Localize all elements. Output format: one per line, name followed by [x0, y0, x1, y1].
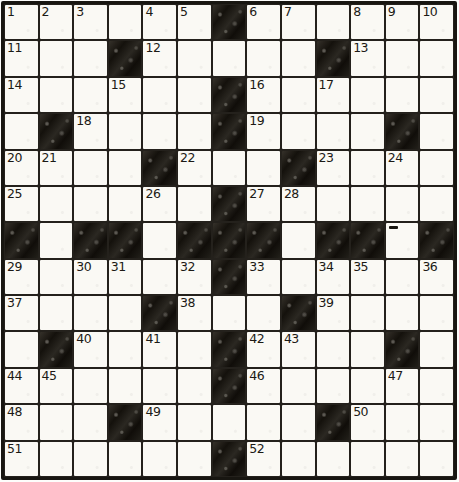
clue-number-11: 11: [7, 41, 22, 55]
clue-number-25: 25: [7, 187, 22, 201]
white-cell-r7c9[interactable]: [282, 223, 315, 257]
white-cell-r3c12[interactable]: [386, 78, 419, 112]
stray-dash-mark: [389, 226, 398, 229]
white-cell-r13c5[interactable]: [143, 442, 176, 476]
clue-number-36: 36: [422, 260, 437, 274]
clue-number-7: 7: [284, 5, 291, 19]
black-cell-r7c3: [74, 223, 107, 257]
white-cell-r12c6[interactable]: [178, 405, 211, 439]
white-cell-r6c9[interactable]: 28: [282, 187, 315, 221]
white-cell-r3c4[interactable]: 15: [109, 78, 142, 112]
clue-number-47: 47: [388, 369, 403, 383]
clue-number-31: 31: [111, 260, 126, 274]
white-cell-r13c2[interactable]: [40, 442, 73, 476]
white-cell-r3c3[interactable]: [74, 78, 107, 112]
white-cell-r5c10[interactable]: 23: [317, 151, 350, 185]
white-cell-r6c12[interactable]: [386, 187, 419, 221]
white-cell-r10c4[interactable]: [109, 332, 142, 366]
white-cell-r1c11[interactable]: 8: [351, 5, 384, 39]
black-cell-r7c7: [213, 223, 246, 257]
white-cell-r12c5[interactable]: 49: [143, 405, 176, 439]
white-cell-r1c1[interactable]: 1: [5, 5, 38, 39]
white-cell-r4c6[interactable]: [178, 114, 211, 148]
clue-number-23: 23: [319, 151, 334, 165]
white-cell-r5c11[interactable]: [351, 151, 384, 185]
white-cell-r2c1[interactable]: 11: [5, 41, 38, 75]
white-cell-r8c4[interactable]: 31: [109, 260, 142, 294]
white-cell-r9c4[interactable]: [109, 296, 142, 330]
white-cell-r11c8[interactable]: 46: [247, 369, 280, 403]
white-cell-r11c1[interactable]: 44: [5, 369, 38, 403]
white-cell-r4c3[interactable]: 18: [74, 114, 107, 148]
white-cell-r12c9[interactable]: [282, 405, 315, 439]
white-cell-r13c13[interactable]: [420, 442, 453, 476]
clue-number-17: 17: [319, 78, 334, 92]
white-cell-r13c3[interactable]: [74, 442, 107, 476]
white-cell-r11c12[interactable]: 47: [386, 369, 419, 403]
black-cell-r10c2: [40, 332, 73, 366]
white-cell-r5c1[interactable]: 20: [5, 151, 38, 185]
white-cell-r9c3[interactable]: [74, 296, 107, 330]
white-cell-r11c2[interactable]: 45: [40, 369, 73, 403]
white-cell-r3c5[interactable]: [143, 78, 176, 112]
black-cell-r4c7: [213, 114, 246, 148]
white-cell-r8c10[interactable]: 34: [317, 260, 350, 294]
clue-number-24: 24: [388, 151, 403, 165]
white-cell-r9c11[interactable]: [351, 296, 384, 330]
black-cell-r6c7: [213, 187, 246, 221]
clue-number-27: 27: [249, 187, 264, 201]
clue-number-28: 28: [284, 187, 299, 201]
white-cell-r2c7[interactable]: [213, 41, 246, 75]
white-cell-r5c8[interactable]: [247, 151, 280, 185]
clue-number-34: 34: [319, 260, 334, 274]
white-cell-r5c13[interactable]: [420, 151, 453, 185]
white-cell-r13c6[interactable]: [178, 442, 211, 476]
white-cell-r12c11[interactable]: 50: [351, 405, 384, 439]
clue-number-4: 4: [145, 5, 152, 19]
white-cell-r11c3[interactable]: [74, 369, 107, 403]
clue-number-13: 13: [353, 41, 368, 55]
clue-number-14: 14: [7, 78, 22, 92]
black-cell-r7c13: [420, 223, 453, 257]
white-cell-r10c13[interactable]: [420, 332, 453, 366]
clue-number-39: 39: [319, 296, 334, 310]
white-cell-r3c2[interactable]: [40, 78, 73, 112]
white-cell-r8c5[interactable]: [143, 260, 176, 294]
white-cell-r1c9[interactable]: 7: [282, 5, 315, 39]
black-cell-r10c7: [213, 332, 246, 366]
black-cell-r12c10: [317, 405, 350, 439]
white-cell-r8c12[interactable]: [386, 260, 419, 294]
white-cell-r2c12[interactable]: [386, 41, 419, 75]
white-cell-r3c13[interactable]: [420, 78, 453, 112]
white-cell-r6c6[interactable]: [178, 187, 211, 221]
white-cell-r1c8[interactable]: 6: [247, 5, 280, 39]
clue-number-52: 52: [249, 442, 264, 456]
black-cell-r3c7: [213, 78, 246, 112]
clue-number-12: 12: [145, 41, 160, 55]
clue-number-35: 35: [353, 260, 368, 274]
white-cell-r4c1[interactable]: [5, 114, 38, 148]
black-cell-r11c7: [213, 369, 246, 403]
black-cell-r7c10: [317, 223, 350, 257]
white-cell-r1c10[interactable]: [317, 5, 350, 39]
clue-number-10: 10: [422, 5, 437, 19]
clue-number-49: 49: [145, 405, 160, 419]
white-cell-r1c5[interactable]: 4: [143, 5, 176, 39]
clue-number-19: 19: [249, 114, 264, 128]
black-cell-r1c7: [213, 5, 246, 39]
black-cell-r4c12: [386, 114, 419, 148]
white-cell-r8c8[interactable]: 33: [247, 260, 280, 294]
black-cell-r2c10: [317, 41, 350, 75]
white-cell-r13c11[interactable]: [351, 442, 384, 476]
white-cell-r12c2[interactable]: [40, 405, 73, 439]
white-cell-r8c1[interactable]: 29: [5, 260, 38, 294]
white-cell-r13c12[interactable]: [386, 442, 419, 476]
white-cell-r5c12[interactable]: 24: [386, 151, 419, 185]
clue-number-32: 32: [180, 260, 195, 274]
white-cell-r1c13[interactable]: 10: [420, 5, 453, 39]
clue-number-29: 29: [7, 260, 22, 274]
white-cell-r6c13[interactable]: [420, 187, 453, 221]
clue-number-46: 46: [249, 369, 264, 383]
clue-number-51: 51: [7, 442, 22, 456]
white-cell-r10c6[interactable]: [178, 332, 211, 366]
white-cell-r6c1[interactable]: 25: [5, 187, 38, 221]
white-cell-r1c6[interactable]: 5: [178, 5, 211, 39]
white-cell-r2c5[interactable]: 12: [143, 41, 176, 75]
white-cell-r12c12[interactable]: [386, 405, 419, 439]
clue-number-21: 21: [42, 151, 57, 165]
white-cell-r4c10[interactable]: [317, 114, 350, 148]
white-cell-r9c13[interactable]: [420, 296, 453, 330]
white-cell-r5c2[interactable]: 21: [40, 151, 73, 185]
white-cell-r9c6[interactable]: 38: [178, 296, 211, 330]
white-cell-r6c11[interactable]: [351, 187, 384, 221]
white-cell-r10c8[interactable]: 42: [247, 332, 280, 366]
clue-number-20: 20: [7, 151, 22, 165]
white-cell-r3c1[interactable]: 14: [5, 78, 38, 112]
clue-number-37: 37: [7, 296, 22, 310]
white-cell-r3c6[interactable]: [178, 78, 211, 112]
white-cell-r3c11[interactable]: [351, 78, 384, 112]
black-cell-r8c7: [213, 260, 246, 294]
clue-number-22: 22: [180, 151, 195, 165]
clue-number-18: 18: [76, 114, 91, 128]
clue-number-26: 26: [145, 187, 160, 201]
white-cell-r7c5[interactable]: [143, 223, 176, 257]
white-cell-r3c10[interactable]: 17: [317, 78, 350, 112]
clue-number-5: 5: [180, 5, 187, 19]
white-cell-r10c1[interactable]: [5, 332, 38, 366]
clue-number-45: 45: [42, 369, 57, 383]
white-cell-r10c9[interactable]: 43: [282, 332, 315, 366]
clue-number-8: 8: [353, 5, 360, 19]
black-cell-r5c9: [282, 151, 315, 185]
white-cell-r2c13[interactable]: [420, 41, 453, 75]
black-cell-r7c11: [351, 223, 384, 257]
white-cell-r11c9[interactable]: [282, 369, 315, 403]
white-cell-r1c2[interactable]: 2: [40, 5, 73, 39]
clue-number-44: 44: [7, 369, 22, 383]
crossword-board: 1234567891011121314151617181920212223242…: [1, 1, 457, 480]
black-cell-r12c4: [109, 405, 142, 439]
white-cell-r8c2[interactable]: [40, 260, 73, 294]
white-cell-r1c12[interactable]: 9: [386, 5, 419, 39]
white-cell-r9c10[interactable]: 39: [317, 296, 350, 330]
white-cell-r8c6[interactable]: 32: [178, 260, 211, 294]
white-cell-r8c3[interactable]: 30: [74, 260, 107, 294]
clue-number-50: 50: [353, 405, 368, 419]
black-cell-r10c12: [386, 332, 419, 366]
clue-number-38: 38: [180, 296, 195, 310]
black-cell-r7c6: [178, 223, 211, 257]
white-cell-r2c2[interactable]: [40, 41, 73, 75]
white-cell-r1c3[interactable]: 3: [74, 5, 107, 39]
white-cell-r9c12[interactable]: [386, 296, 419, 330]
white-cell-r5c7[interactable]: [213, 151, 246, 185]
white-cell-r4c4[interactable]: [109, 114, 142, 148]
clue-number-9: 9: [388, 5, 395, 19]
clue-number-43: 43: [284, 332, 299, 346]
clue-number-2: 2: [42, 5, 49, 19]
black-cell-r2c4: [109, 41, 142, 75]
white-cell-r9c2[interactable]: [40, 296, 73, 330]
white-cell-r4c5[interactable]: [143, 114, 176, 148]
white-cell-r12c8[interactable]: [247, 405, 280, 439]
white-cell-r12c1[interactable]: 48: [5, 405, 38, 439]
black-cell-r9c9: [282, 296, 315, 330]
white-cell-r11c11[interactable]: [351, 369, 384, 403]
white-cell-r4c13[interactable]: [420, 114, 453, 148]
clue-number-6: 6: [249, 5, 256, 19]
white-cell-r13c9[interactable]: [282, 442, 315, 476]
white-cell-r9c8[interactable]: [247, 296, 280, 330]
clue-number-1: 1: [7, 5, 14, 19]
clue-number-48: 48: [7, 405, 22, 419]
white-cell-r11c10[interactable]: [317, 369, 350, 403]
white-cell-r10c5[interactable]: 41: [143, 332, 176, 366]
white-cell-r3c8[interactable]: 16: [247, 78, 280, 112]
black-cell-r4c2: [40, 114, 73, 148]
white-cell-r2c6[interactable]: [178, 41, 211, 75]
white-cell-r3c9[interactable]: [282, 78, 315, 112]
white-cell-r2c11[interactable]: 13: [351, 41, 384, 75]
clue-number-41: 41: [145, 332, 160, 346]
black-cell-r7c8: [247, 223, 280, 257]
clue-number-15: 15: [111, 78, 126, 92]
white-cell-r8c9[interactable]: [282, 260, 315, 294]
white-cell-r2c3[interactable]: [74, 41, 107, 75]
white-cell-r4c11[interactable]: [351, 114, 384, 148]
white-cell-r11c4[interactable]: [109, 369, 142, 403]
white-cell-r10c11[interactable]: [351, 332, 384, 366]
white-cell-r11c6[interactable]: [178, 369, 211, 403]
clue-number-3: 3: [76, 5, 83, 19]
white-cell-r2c8[interactable]: [247, 41, 280, 75]
white-cell-r11c5[interactable]: [143, 369, 176, 403]
clue-number-40: 40: [76, 332, 91, 346]
clue-number-30: 30: [76, 260, 91, 274]
white-cell-r8c13[interactable]: 36: [420, 260, 453, 294]
white-cell-r12c3[interactable]: [74, 405, 107, 439]
white-cell-r10c3[interactable]: 40: [74, 332, 107, 366]
white-cell-r13c4[interactable]: [109, 442, 142, 476]
white-cell-r2c9[interactable]: [282, 41, 315, 75]
white-cell-r1c4[interactable]: [109, 5, 142, 39]
clue-number-42: 42: [249, 332, 264, 346]
white-cell-r5c4[interactable]: [109, 151, 142, 185]
white-cell-r4c8[interactable]: 19: [247, 114, 280, 148]
clue-number-16: 16: [249, 78, 264, 92]
white-cell-r4c9[interactable]: [282, 114, 315, 148]
black-cell-r7c4: [109, 223, 142, 257]
white-cell-r6c3[interactable]: [74, 187, 107, 221]
white-cell-r6c5[interactable]: 26: [143, 187, 176, 221]
white-cell-r6c4[interactable]: [109, 187, 142, 221]
white-cell-r7c2[interactable]: [40, 223, 73, 257]
white-cell-r6c10[interactable]: [317, 187, 350, 221]
black-cell-r9c5: [143, 296, 176, 330]
scanned-crossword-page: 1234567891011121314151617181920212223242…: [0, 0, 459, 482]
white-cell-r6c2[interactable]: [40, 187, 73, 221]
white-cell-r13c8[interactable]: 52: [247, 442, 280, 476]
black-cell-r13c7: [213, 442, 246, 476]
white-cell-r5c6[interactable]: 22: [178, 151, 211, 185]
white-cell-r7c12[interactable]: [386, 223, 419, 257]
white-cell-r10c10[interactable]: [317, 332, 350, 366]
white-cell-r9c7[interactable]: [213, 296, 246, 330]
white-cell-r11c13[interactable]: [420, 369, 453, 403]
white-cell-r8c11[interactable]: 35: [351, 260, 384, 294]
white-cell-r9c1[interactable]: 37: [5, 296, 38, 330]
white-cell-r13c1[interactable]: 51: [5, 442, 38, 476]
white-cell-r12c13[interactable]: [420, 405, 453, 439]
clue-number-33: 33: [249, 260, 264, 274]
white-cell-r13c10[interactable]: [317, 442, 350, 476]
white-cell-r5c3[interactable]: [74, 151, 107, 185]
white-cell-r12c7[interactable]: [213, 405, 246, 439]
black-cell-r7c1: [5, 223, 38, 257]
black-cell-r5c5: [143, 151, 176, 185]
white-cell-r6c8[interactable]: 27: [247, 187, 280, 221]
